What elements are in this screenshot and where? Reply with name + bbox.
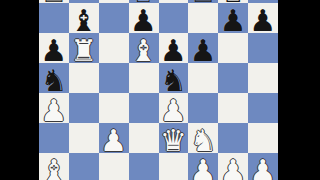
white-bishop-d6[interactable]: ♝: [130, 36, 157, 66]
square-d7[interactable]: ♟: [129, 3, 159, 33]
square-h4[interactable]: [248, 93, 278, 123]
square-f3[interactable]: ♞: [188, 123, 218, 153]
square-e4[interactable]: ♟: [159, 93, 189, 123]
white-pawn-h2[interactable]: ♟: [250, 155, 277, 180]
black-pawn-d7[interactable]: ♟: [130, 6, 157, 36]
square-h7[interactable]: ♟: [248, 3, 278, 33]
square-h5[interactable]: [248, 63, 278, 93]
square-c5[interactable]: [99, 63, 129, 93]
square-a8[interactable]: ♜: [39, 0, 69, 3]
square-g3[interactable]: [218, 123, 248, 153]
square-f6[interactable]: ♟: [188, 33, 218, 63]
square-b4[interactable]: [69, 93, 99, 123]
white-pawn-e4[interactable]: ♟: [160, 96, 187, 126]
square-e6[interactable]: ♟: [159, 33, 189, 63]
white-pawn-g2[interactable]: ♟: [220, 155, 247, 180]
square-e7[interactable]: [159, 3, 189, 33]
black-bishop-b7[interactable]: ♝: [70, 6, 97, 36]
black-pawn-a6[interactable]: ♟: [40, 36, 67, 66]
square-f8[interactable]: ♜: [188, 0, 218, 3]
square-f2[interactable]: ♟: [188, 153, 218, 180]
square-c6[interactable]: [99, 33, 129, 63]
square-c3[interactable]: ♟: [99, 123, 129, 153]
square-b3[interactable]: [69, 123, 99, 153]
square-g7[interactable]: ♟: [218, 3, 248, 33]
square-g4[interactable]: [218, 93, 248, 123]
square-g2[interactable]: ♟: [218, 153, 248, 180]
square-c7[interactable]: [99, 3, 129, 33]
black-knight-a5[interactable]: ♞: [40, 66, 67, 96]
white-pawn-c3[interactable]: ♟: [100, 125, 127, 155]
black-knight-e5[interactable]: ♞: [160, 66, 187, 96]
square-d2[interactable]: [129, 153, 159, 180]
square-e5[interactable]: ♞: [159, 63, 189, 93]
square-e3[interactable]: ♛: [159, 123, 189, 153]
square-a4[interactable]: ♟: [39, 93, 69, 123]
white-pawn-f2[interactable]: ♟: [190, 155, 217, 180]
square-b6[interactable]: ♜: [69, 33, 99, 63]
square-d4[interactable]: [129, 93, 159, 123]
letterbox-left: [0, 0, 39, 180]
square-c4[interactable]: [99, 93, 129, 123]
white-rook-b6[interactable]: ♜: [70, 36, 97, 66]
chessboard[interactable]: ♜♛♜♚♝♟♟♟♟♜♝♟♟♞♞♟♟♟♛♞♝♟♟♟: [39, 0, 278, 180]
square-h3[interactable]: [248, 123, 278, 153]
square-d3[interactable]: [129, 123, 159, 153]
white-knight-f3[interactable]: ♞: [190, 125, 217, 155]
square-a5[interactable]: ♞: [39, 63, 69, 93]
black-pawn-e6[interactable]: ♟: [160, 36, 187, 66]
letterbox-right: [278, 0, 320, 180]
white-bishop-a2[interactable]: ♝: [40, 155, 67, 180]
square-b2[interactable]: [69, 153, 99, 180]
black-rook-a8[interactable]: ♜: [40, 0, 67, 6]
square-f4[interactable]: [188, 93, 218, 123]
black-rook-f8[interactable]: ♜: [190, 0, 217, 6]
square-h2[interactable]: ♟: [248, 153, 278, 180]
black-pawn-f6[interactable]: ♟: [190, 36, 217, 66]
square-a6[interactable]: ♟: [39, 33, 69, 63]
square-d6[interactable]: ♝: [129, 33, 159, 63]
white-pawn-a4[interactable]: ♟: [40, 96, 67, 126]
square-g5[interactable]: [218, 63, 248, 93]
chessboard-grid: ♜♛♜♚♝♟♟♟♟♜♝♟♟♞♞♟♟♟♛♞♝♟♟♟: [39, 0, 278, 180]
black-pawn-h7[interactable]: ♟: [250, 6, 277, 36]
video-frame[interactable]: ♜♛♜♚♝♟♟♟♟♜♝♟♟♞♞♟♟♟♛♞♝♟♟♟: [0, 0, 320, 180]
black-pawn-g7[interactable]: ♟: [220, 6, 247, 36]
white-queen-e3[interactable]: ♛: [160, 125, 187, 155]
square-a2[interactable]: ♝: [39, 153, 69, 180]
square-b7[interactable]: ♝: [69, 3, 99, 33]
